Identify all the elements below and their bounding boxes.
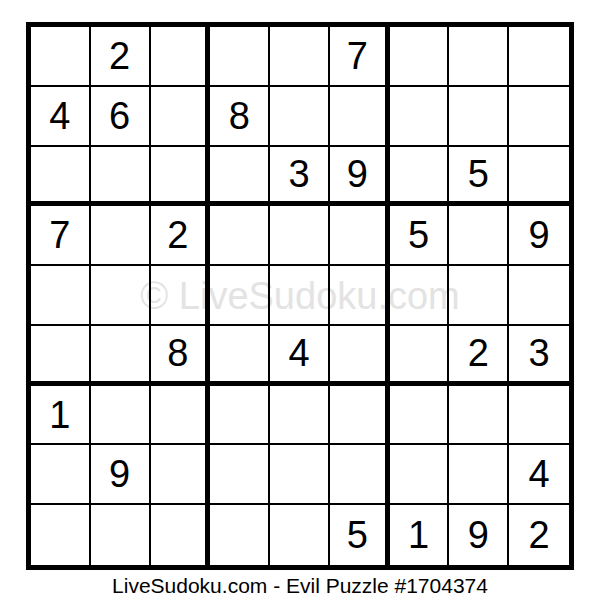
cell-r4c8[interactable] [449,206,509,266]
cell-r7c3[interactable] [151,386,211,446]
cell-r5c4[interactable] [210,266,270,326]
cell-r2c4: 8 [210,87,270,147]
cell-r4c3: 2 [151,206,211,266]
cell-r8c6[interactable] [330,445,390,505]
cell-r1c8[interactable] [449,27,509,87]
cell-r5c9[interactable] [509,266,569,326]
cell-r2c6[interactable] [330,87,390,147]
cell-r5c2[interactable] [91,266,151,326]
cell-r5c1[interactable] [31,266,91,326]
cell-r3c3[interactable] [151,147,211,207]
cell-r4c9: 9 [509,206,569,266]
cell-r7c9[interactable] [509,386,569,446]
cell-r9c9: 2 [509,505,569,565]
cell-r3c2[interactable] [91,147,151,207]
cell-r7c7[interactable] [390,386,450,446]
cell-r6c7[interactable] [390,326,450,386]
cell-r7c4[interactable] [210,386,270,446]
cell-r6c2[interactable] [91,326,151,386]
cell-r6c1[interactable] [31,326,91,386]
sudoku-grid: 27468395725984231945192 [31,27,569,565]
cell-r9c4[interactable] [210,505,270,565]
cell-r9c2[interactable] [91,505,151,565]
cell-r4c4[interactable] [210,206,270,266]
cell-r5c6[interactable] [330,266,390,326]
cell-r4c2[interactable] [91,206,151,266]
cell-r2c7[interactable] [390,87,450,147]
cell-r2c3[interactable] [151,87,211,147]
cell-r8c7[interactable] [390,445,450,505]
sudoku-board: © LiveSudoku.com 27468395725984231945192 [26,22,574,570]
cell-r7c1: 1 [31,386,91,446]
cell-r6c5: 4 [270,326,330,386]
cell-r6c3: 8 [151,326,211,386]
cell-r3c9[interactable] [509,147,569,207]
cell-r1c2: 2 [91,27,151,87]
cell-r7c6[interactable] [330,386,390,446]
cell-r7c5[interactable] [270,386,330,446]
cell-r5c8[interactable] [449,266,509,326]
cell-r2c8[interactable] [449,87,509,147]
cell-r9c6: 5 [330,505,390,565]
cell-r4c6[interactable] [330,206,390,266]
cell-r5c5[interactable] [270,266,330,326]
cell-r7c2[interactable] [91,386,151,446]
cell-r1c5[interactable] [270,27,330,87]
cell-r8c9: 4 [509,445,569,505]
cell-r1c3[interactable] [151,27,211,87]
cell-r6c8: 2 [449,326,509,386]
cell-r8c8[interactable] [449,445,509,505]
cell-r3c8: 5 [449,147,509,207]
cell-r3c7[interactable] [390,147,450,207]
cell-r6c4[interactable] [210,326,270,386]
cell-r1c4[interactable] [210,27,270,87]
cell-r2c9[interactable] [509,87,569,147]
cell-r5c3[interactable] [151,266,211,326]
cell-r2c1: 4 [31,87,91,147]
cell-r1c7[interactable] [390,27,450,87]
cell-r8c1[interactable] [31,445,91,505]
cell-r1c6: 7 [330,27,390,87]
cell-r8c4[interactable] [210,445,270,505]
cell-r8c2: 9 [91,445,151,505]
cell-r4c1: 7 [31,206,91,266]
cell-r9c1[interactable] [31,505,91,565]
cell-r4c5[interactable] [270,206,330,266]
cell-r8c3[interactable] [151,445,211,505]
cell-r4c7: 5 [390,206,450,266]
cell-r2c5[interactable] [270,87,330,147]
cell-r8c5[interactable] [270,445,330,505]
cell-r7c8[interactable] [449,386,509,446]
cell-r1c1[interactable] [31,27,91,87]
cell-r9c5[interactable] [270,505,330,565]
cell-r9c3[interactable] [151,505,211,565]
cell-r9c8: 9 [449,505,509,565]
cell-r1c9[interactable] [509,27,569,87]
cell-r3c6: 9 [330,147,390,207]
cell-r3c1[interactable] [31,147,91,207]
cell-r5c7[interactable] [390,266,450,326]
cell-r6c6[interactable] [330,326,390,386]
cell-r3c5: 3 [270,147,330,207]
sudoku-page: © LiveSudoku.com 27468395725984231945192… [0,0,600,615]
cell-r2c2: 6 [91,87,151,147]
caption: LiveSudoku.com - Evil Puzzle #1704374 [0,574,600,598]
cell-r9c7: 1 [390,505,450,565]
cell-r3c4[interactable] [210,147,270,207]
cell-r6c9: 3 [509,326,569,386]
